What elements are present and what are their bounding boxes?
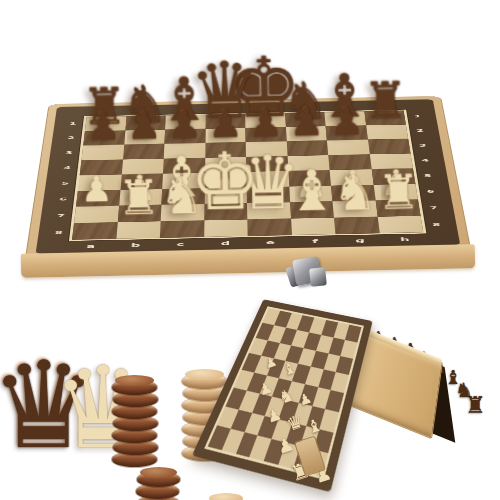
dark-checkers-stack-tall (112, 375, 157, 467)
light-pawn-b3: ♟ (123, 171, 156, 205)
dark-bishop-g8: ♝ (318, 68, 373, 126)
square-f7: ♟ (285, 126, 326, 141)
light-knight-g2: ♞ (332, 169, 377, 217)
light-pawn-f3: ♟ (294, 167, 327, 201)
square-g3: ♟ (331, 185, 375, 202)
dark-checkers-stack-short (136, 467, 179, 500)
square-e2: ♛ (247, 202, 291, 219)
square-g6 (327, 140, 369, 155)
square-a5 (80, 159, 123, 175)
coord-label-b: b (113, 242, 158, 250)
coord-label-2: 2 (410, 123, 430, 138)
checker-disc (137, 472, 180, 487)
square-f5 (287, 155, 329, 171)
coord-label-f: f (292, 238, 337, 246)
light-knight-c2: ♞ (159, 173, 204, 221)
square-c2: ♞ (161, 204, 205, 221)
light-bishop-f2: ♝ (286, 163, 338, 218)
coord-label-5: 5 (55, 175, 75, 191)
square-c8: ♝ (165, 115, 205, 130)
coord-label-3: 3 (59, 145, 78, 160)
coord-label-7: 7 (423, 200, 444, 217)
dark-rook-a8: ♜ (81, 82, 127, 131)
square-b6 (123, 144, 165, 160)
square-h1 (377, 216, 423, 234)
square-h7 (366, 124, 408, 139)
square-e4 (246, 171, 289, 187)
square-a7: ♟ (83, 130, 125, 145)
light-rook-b2: ♜ (117, 175, 161, 221)
square-d7: ♟ (205, 128, 246, 143)
square-d4 (204, 172, 246, 188)
square-a6 (81, 145, 123, 161)
coord-label-c: c (158, 241, 203, 249)
light-rook-h2: ♜ (377, 170, 421, 216)
square-f4 (288, 170, 331, 186)
square-c3: ♝ (161, 188, 204, 205)
square-g5 (328, 154, 371, 170)
dark-knight-f8: ♞ (281, 76, 329, 127)
square-a2 (74, 206, 119, 223)
square-f8: ♞ (285, 112, 326, 127)
dark-pawn-c7: ♟ (167, 106, 202, 143)
square-d8: ♛ (205, 114, 245, 129)
dark-pawn-g7: ♟ (329, 103, 364, 140)
square-d3: ♟ (204, 187, 247, 204)
dark-pawn-f7: ♟ (289, 104, 324, 141)
coord-label-3: 3 (413, 138, 433, 153)
square-b1 (116, 221, 161, 239)
coord-label-h: h (382, 236, 428, 244)
coord-label-6: 6 (420, 183, 441, 199)
coord-label-h: h (365, 102, 406, 107)
square-e7: ♟ (245, 127, 286, 142)
square-b5 (121, 158, 163, 174)
square-g4 (330, 169, 374, 185)
checker-disc (182, 374, 227, 389)
square-f3: ♟ (289, 185, 333, 202)
coord-label-d: d (203, 240, 248, 248)
coord-label-e: e (245, 105, 285, 110)
square-a3: ♟ (76, 190, 120, 207)
coord-label-b: b (125, 107, 165, 112)
coord-label-d: d (205, 106, 245, 111)
dark-rook-mini: ♜ (465, 394, 486, 417)
square-g7: ♟ (326, 125, 368, 140)
metal-latch (286, 256, 332, 294)
checker-top-face (185, 369, 224, 380)
chess-board: abcdefgh abcdefgh 12345678 12345678 ♜♞♝♛… (26, 96, 470, 257)
square-a4 (78, 174, 121, 190)
file-labels-far: abcdefgh (84, 102, 405, 113)
dark-pawn-b7: ♟ (126, 107, 161, 144)
dark-king-e8: ♚ (227, 48, 303, 128)
square-c1 (160, 220, 204, 238)
square-e5 (246, 156, 288, 172)
coord-label-4: 4 (415, 153, 435, 169)
coord-label-7: 7 (51, 207, 72, 224)
square-e1 (247, 218, 291, 236)
square-h2: ♜ (375, 199, 420, 216)
light-bishop-c3: ♝ (157, 151, 208, 205)
square-b4 (120, 174, 163, 190)
square-b2: ♜ (117, 205, 161, 222)
checker-disc (112, 380, 157, 395)
light-checkers-stack-short (206, 493, 246, 500)
square-d1 (204, 219, 248, 237)
folded-board: ♟♟♟♝♟♞♝♞♜ ♟♝♟♞♟♟♛♝♟♚♜♟ (255, 298, 500, 500)
square-h8: ♜ (364, 111, 406, 126)
square-a1 (72, 222, 117, 240)
product-photo: abcdefgh abcdefgh 12345678 12345678 ♜♞♝♛… (0, 0, 500, 500)
coord-label-a: a (84, 108, 124, 113)
coord-label-e: e (248, 239, 293, 247)
light-pawn-a3: ♟ (81, 172, 114, 206)
coord-label-g: g (337, 237, 383, 245)
coord-label-c: c (165, 106, 205, 111)
light-pawn-d3: ♟ (209, 169, 242, 203)
square-c7: ♟ (164, 129, 205, 144)
square-g2: ♞ (332, 200, 377, 217)
dark-pawn-d7: ♟ (207, 105, 242, 142)
coord-label-1: 1 (408, 109, 427, 123)
dark-queen-d8: ♛ (189, 54, 260, 129)
square-c5 (163, 158, 205, 174)
square-h5 (369, 153, 413, 169)
checker-top-face (209, 493, 243, 500)
board-squares: ♜♞♝♛♚♞♝♜♟♟♟♟♟♟♟♟♟♝♟♟♟♟♜♞♚♛♝♞♜ (69, 110, 426, 241)
coord-label-1: 1 (63, 116, 82, 131)
coord-label-a: a (68, 243, 114, 251)
square-h3: ♟ (373, 184, 418, 201)
light-queen-e2: ♛ (234, 148, 302, 220)
square-h4 (371, 168, 415, 184)
square-d6 (205, 142, 246, 158)
checker-top-face (140, 467, 177, 478)
coord-label-8: 8 (48, 224, 69, 241)
square-b7: ♟ (124, 129, 165, 144)
coord-label-g: g (325, 103, 366, 108)
dark-pawn-a7: ♟ (86, 108, 121, 145)
coord-label-8: 8 (426, 216, 448, 233)
dark-pawn-e7: ♟ (248, 105, 283, 142)
square-g8: ♝ (324, 111, 365, 126)
square-e6 (246, 141, 287, 157)
square-c6 (164, 143, 205, 159)
square-d5 (205, 157, 247, 173)
square-c4 (162, 173, 204, 189)
coord-label-2: 2 (61, 131, 80, 146)
latch-knob-icon (309, 267, 327, 287)
square-f6 (286, 140, 328, 156)
board-frame: abcdefgh abcdefgh 12345678 12345678 ♜♞♝♛… (36, 99, 461, 254)
rank-labels-left: 12345678 (48, 116, 82, 241)
square-e8: ♚ (245, 113, 285, 128)
coord-label-f: f (285, 104, 325, 109)
square-h6 (368, 139, 411, 154)
checker-top-face (115, 375, 154, 386)
dark-rook-h8: ♜ (362, 76, 408, 125)
square-g1 (334, 217, 379, 235)
rank-labels-right: 12345678 (408, 109, 447, 233)
light-pawn-h3: ♟ (380, 166, 413, 200)
dark-bishop-c8: ♝ (157, 72, 212, 130)
square-d2: ♚ (204, 203, 247, 220)
coord-label-4: 4 (57, 160, 77, 176)
square-f1 (291, 218, 336, 236)
dark-knight-b8: ♞ (121, 79, 169, 130)
coord-label-6: 6 (53, 191, 73, 208)
square-b8: ♞ (125, 115, 166, 130)
light-pawn-g3: ♟ (337, 166, 370, 200)
square-f2: ♝ (290, 201, 334, 218)
square-a8: ♜ (85, 116, 126, 131)
square-b3: ♟ (119, 189, 163, 206)
light-king-d2: ♚ (189, 144, 261, 220)
coord-label-5: 5 (418, 168, 439, 184)
board-front-edge (21, 244, 475, 278)
square-e3 (247, 186, 290, 203)
